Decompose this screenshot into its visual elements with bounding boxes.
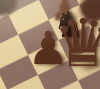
chessboard-photo: ♟♞♛♟ (0, 0, 100, 89)
black-pawn-near: ♟ (27, 25, 68, 71)
